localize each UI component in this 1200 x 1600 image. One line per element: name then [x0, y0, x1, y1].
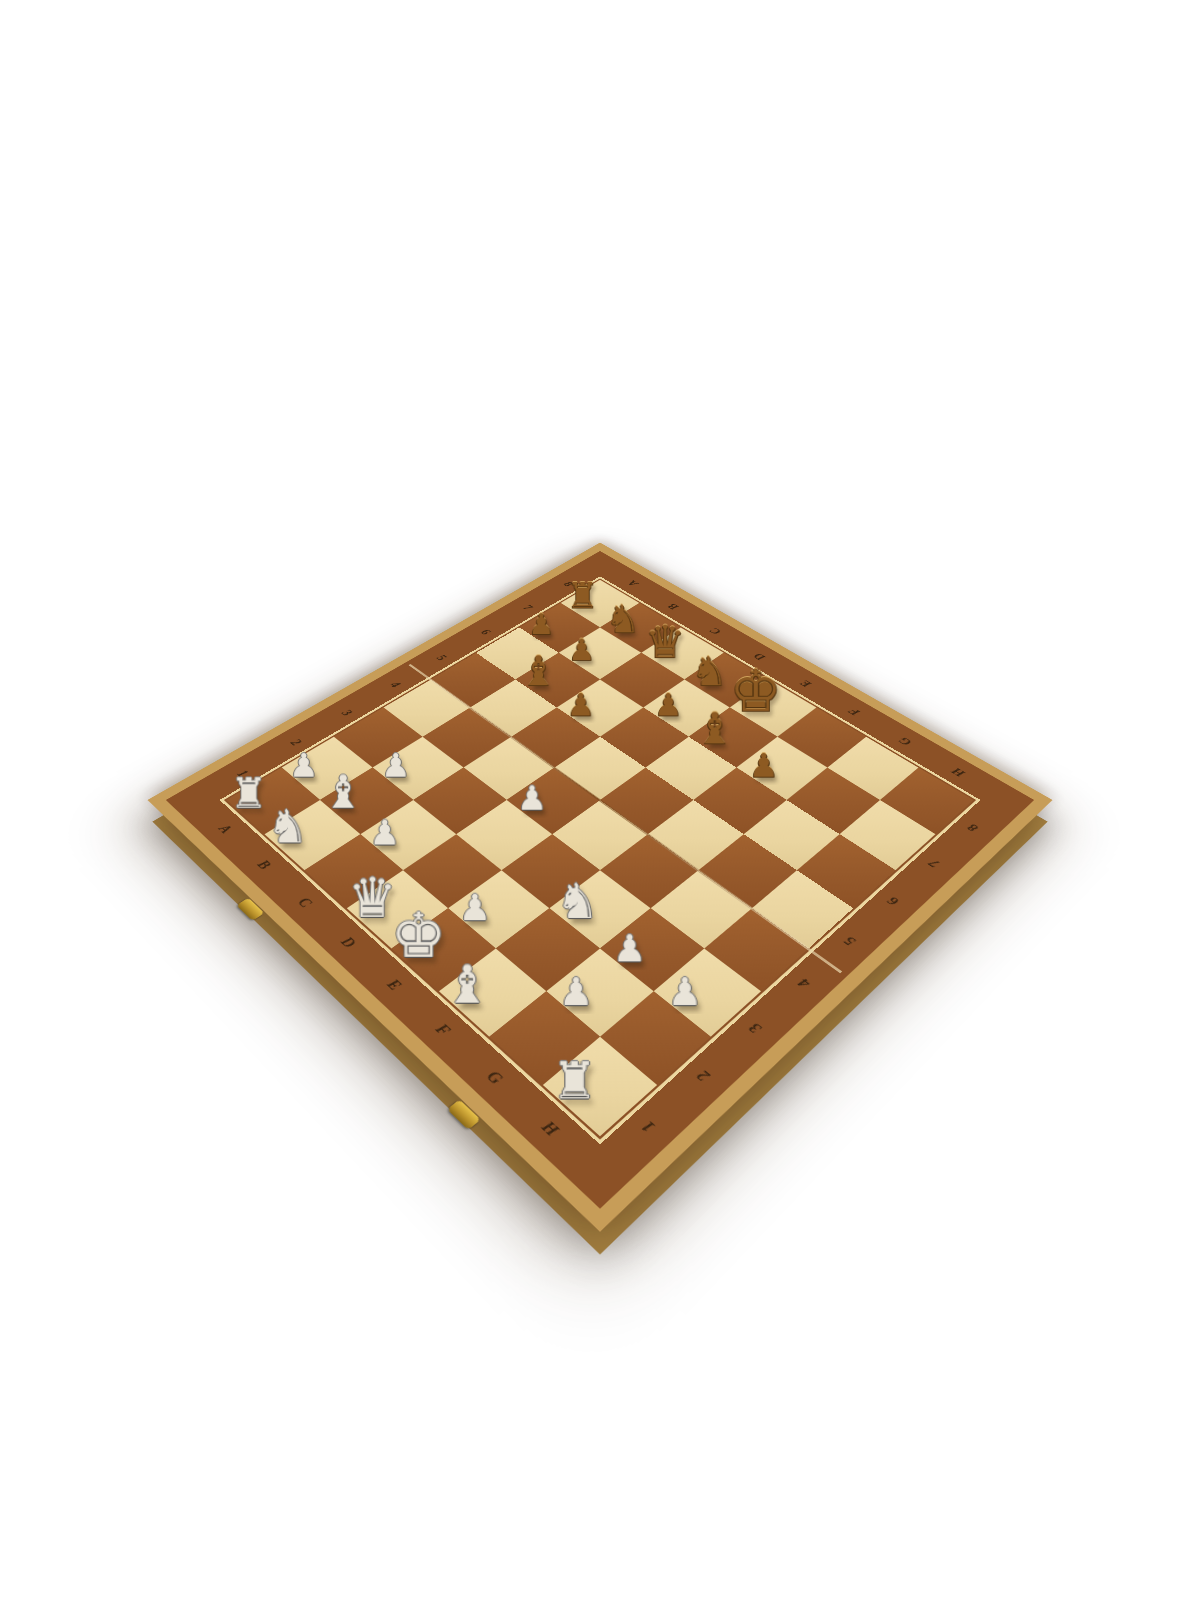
piece-brown-knight-b8[interactable]: ♞ [606, 600, 640, 638]
file-label-B: B [249, 854, 279, 876]
file-label-C: C [290, 891, 321, 915]
piece-white-pawn-g2[interactable]: ♟ [559, 972, 593, 1010]
piece-white-pawn-g3[interactable]: ♟ [613, 930, 646, 967]
file-label-G: G [478, 1063, 512, 1093]
piece-brown-bishop-b6[interactable]: ♝ [520, 650, 557, 691]
piece-brown-bishop-e7[interactable]: ♝ [695, 707, 734, 750]
file-label-far-E: E [793, 675, 819, 692]
file-label-far-A: A [621, 576, 644, 590]
piece-white-knight-b1[interactable]: ♞ [267, 804, 308, 850]
piece-white-rook-a1[interactable]: ♜ [230, 773, 267, 814]
piece-white-bishop-b2[interactable]: ♝ [323, 769, 364, 815]
file-label-H: H [532, 1113, 568, 1145]
file-label-A: A [211, 818, 240, 839]
piece-brown-pawn-c6[interactable]: ♟ [567, 689, 595, 720]
rank-label-far-6: 6 [878, 890, 909, 913]
piece-white-pawn-b3[interactable]: ♟ [381, 749, 410, 782]
rank-label-far-8: 8 [958, 817, 987, 838]
file-label-far-C: C [703, 624, 728, 639]
piece-white-bishop-f1[interactable]: ♝ [444, 958, 491, 1010]
piece-brown-pawn-f7[interactable]: ♟ [749, 749, 778, 782]
rank-label-far-3: 3 [738, 1014, 771, 1042]
rank-label-far-7: 7 [919, 852, 949, 874]
piece-white-king-e1[interactable]: ♚ [391, 905, 447, 967]
file-label-far-G: G [891, 732, 918, 750]
piece-white-pawn-h3[interactable]: ♟ [668, 972, 702, 1010]
file-label-F: F [426, 1016, 459, 1044]
file-label-E: E [378, 972, 410, 998]
file-label-D: D [333, 930, 364, 955]
rank-label-3: 3 [334, 704, 360, 721]
rank-label-far-1: 1 [630, 1111, 666, 1143]
file-label-far-F: F [841, 703, 867, 720]
piece-brown-queen-c8[interactable]: ♛ [645, 620, 685, 665]
rank-label-far-4: 4 [788, 970, 820, 996]
piece-white-pawn-d4[interactable]: ♟ [517, 781, 547, 814]
piece-white-rook-h1[interactable]: ♜ [552, 1056, 598, 1107]
file-label-far-H: H [945, 763, 973, 782]
piece-brown-knight-d8[interactable]: ♞ [691, 651, 727, 691]
piece-brown-pawn-a7[interactable]: ♟ [528, 610, 554, 639]
board-grid: ♜♞♛♞♚♟♟♟♝♟♝♟♟♟♞♟♟♟♝♟♟♟♜♞♛♚♝♜ [227, 580, 974, 1137]
piece-brown-pawn-b7[interactable]: ♟ [568, 635, 594, 664]
rank-label-6: 6 [474, 624, 499, 639]
photo-scene: ♜♞♛♞♚♟♟♟♝♟♝♟♟♟♞♟♟♟♝♟♟♟♜♞♛♚♝♜ 88AA77BB66C… [0, 330, 1200, 1270]
rank-label-far-5: 5 [834, 929, 865, 954]
rank-label-5: 5 [429, 650, 454, 666]
piece-white-pawn-e2[interactable]: ♟ [459, 889, 492, 925]
square-d5[interactable] [555, 737, 646, 800]
piece-white-knight-f3[interactable]: ♞ [556, 877, 599, 925]
file-label-far-B: B [661, 600, 685, 615]
piece-white-pawn-a2[interactable]: ♟ [289, 749, 318, 782]
piece-brown-pawn-d7[interactable]: ♟ [654, 689, 682, 720]
rank-label-far-2: 2 [686, 1061, 720, 1091]
rank-label-4: 4 [383, 676, 409, 693]
piece-white-pawn-c2[interactable]: ♟ [369, 815, 400, 849]
piece-brown-king-e8[interactable]: ♚ [730, 662, 782, 720]
chess-board: ♜♞♛♞♚♟♟♟♝♟♝♟♟♟♞♟♟♟♝♟♟♟♜♞♛♚♝♜ 88AA77BB66C… [147, 543, 1052, 1232]
